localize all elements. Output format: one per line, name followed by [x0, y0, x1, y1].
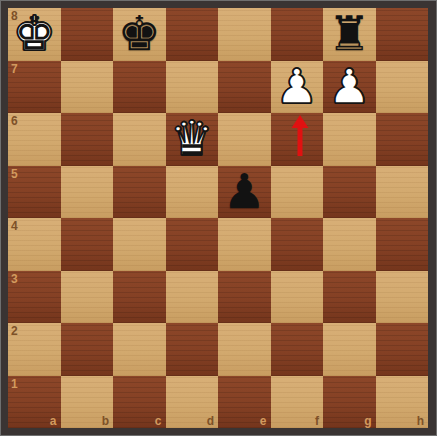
square-b8[interactable]: [61, 8, 114, 61]
square-c2[interactable]: [113, 323, 166, 376]
square-f4[interactable]: [271, 218, 324, 271]
square-h4[interactable]: [376, 218, 429, 271]
piece-black-pawn[interactable]: ♟: [223, 167, 266, 215]
square-c7[interactable]: [113, 61, 166, 114]
rank-label-5: 5: [11, 167, 18, 181]
square-d4[interactable]: [166, 218, 219, 271]
square-h3[interactable]: [376, 271, 429, 324]
square-e8[interactable]: [218, 8, 271, 61]
square-e5[interactable]: ♟: [218, 166, 271, 219]
square-f1[interactable]: f: [271, 376, 324, 429]
rank-label-6: 6: [11, 114, 18, 128]
chess-board: 8♚♚♜7♟♟6♛5♟4321abcdefgh: [8, 8, 428, 428]
square-f6[interactable]: [271, 113, 324, 166]
square-a3[interactable]: 3: [8, 271, 61, 324]
file-label-c: c: [155, 414, 162, 428]
square-h6[interactable]: [376, 113, 429, 166]
square-f2[interactable]: [271, 323, 324, 376]
square-d2[interactable]: [166, 323, 219, 376]
square-e1[interactable]: e: [218, 376, 271, 429]
file-label-d: d: [207, 414, 214, 428]
square-f3[interactable]: [271, 271, 324, 324]
square-b4[interactable]: [61, 218, 114, 271]
piece-white-queen[interactable]: ♛: [170, 114, 213, 162]
square-g1[interactable]: g: [323, 376, 376, 429]
square-d8[interactable]: [166, 8, 219, 61]
square-d6[interactable]: ♛: [166, 113, 219, 166]
file-label-h: h: [417, 414, 424, 428]
square-g5[interactable]: [323, 166, 376, 219]
square-d7[interactable]: [166, 61, 219, 114]
file-label-g: g: [364, 414, 371, 428]
square-c8[interactable]: ♚: [113, 8, 166, 61]
rank-label-7: 7: [11, 62, 18, 76]
square-c4[interactable]: [113, 218, 166, 271]
square-b2[interactable]: [61, 323, 114, 376]
square-h1[interactable]: h: [376, 376, 429, 429]
square-b7[interactable]: [61, 61, 114, 114]
square-g8[interactable]: ♜: [323, 8, 376, 61]
square-a5[interactable]: 5: [8, 166, 61, 219]
square-f8[interactable]: [271, 8, 324, 61]
square-c3[interactable]: [113, 271, 166, 324]
square-h7[interactable]: [376, 61, 429, 114]
square-g7[interactable]: ♟: [323, 61, 376, 114]
square-a1[interactable]: 1a: [8, 376, 61, 429]
square-e4[interactable]: [218, 218, 271, 271]
file-label-b: b: [102, 414, 109, 428]
piece-white-pawn[interactable]: ♟: [328, 62, 371, 110]
file-label-e: e: [260, 414, 267, 428]
square-f5[interactable]: [271, 166, 324, 219]
square-a2[interactable]: 2: [8, 323, 61, 376]
square-b1[interactable]: b: [61, 376, 114, 429]
square-d5[interactable]: [166, 166, 219, 219]
piece-black-rook[interactable]: ♜: [328, 9, 371, 57]
file-label-f: f: [315, 414, 319, 428]
square-b3[interactable]: [61, 271, 114, 324]
square-f7[interactable]: ♟: [271, 61, 324, 114]
rank-label-4: 4: [11, 219, 18, 233]
square-c1[interactable]: c: [113, 376, 166, 429]
piece-black-king[interactable]: ♚: [118, 9, 161, 57]
square-e2[interactable]: [218, 323, 271, 376]
square-e6[interactable]: [218, 113, 271, 166]
square-g3[interactable]: [323, 271, 376, 324]
square-h8[interactable]: [376, 8, 429, 61]
board-frame: 8♚♚♜7♟♟6♛5♟4321abcdefgh: [0, 0, 437, 436]
square-b6[interactable]: [61, 113, 114, 166]
square-a6[interactable]: 6: [8, 113, 61, 166]
square-a8[interactable]: 8♚: [8, 8, 61, 61]
square-e3[interactable]: [218, 271, 271, 324]
square-h5[interactable]: [376, 166, 429, 219]
square-h2[interactable]: [376, 323, 429, 376]
rank-label-1: 1: [11, 377, 18, 391]
rank-label-2: 2: [11, 324, 18, 338]
square-d1[interactable]: d: [166, 376, 219, 429]
square-g4[interactable]: [323, 218, 376, 271]
square-d3[interactable]: [166, 271, 219, 324]
square-g2[interactable]: [323, 323, 376, 376]
file-label-a: a: [50, 414, 57, 428]
square-c5[interactable]: [113, 166, 166, 219]
piece-white-pawn[interactable]: ♟: [275, 62, 318, 110]
rank-label-3: 3: [11, 272, 18, 286]
square-c6[interactable]: [113, 113, 166, 166]
square-e7[interactable]: [218, 61, 271, 114]
square-a7[interactable]: 7: [8, 61, 61, 114]
square-a4[interactable]: 4: [8, 218, 61, 271]
square-b5[interactable]: [61, 166, 114, 219]
piece-white-king[interactable]: ♚: [13, 9, 56, 57]
square-g6[interactable]: [323, 113, 376, 166]
